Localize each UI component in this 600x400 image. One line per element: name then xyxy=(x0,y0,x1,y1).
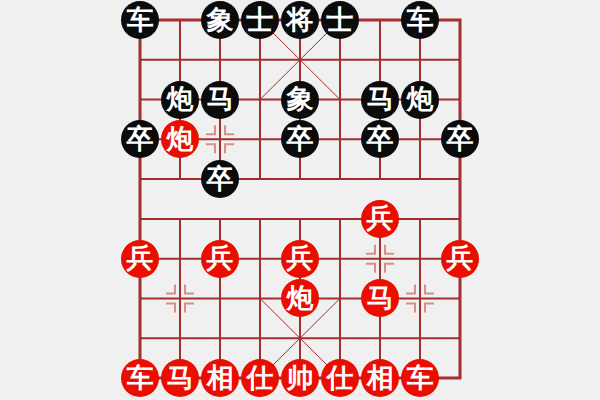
xiangqi-board: 车象士将士车炮马象马炮卒炮卒卒卒卒兵兵兵兵兵炮马车马相仕帅仕相车 xyxy=(0,0,600,400)
piece-glyph: 兵 xyxy=(207,244,234,271)
piece-red-soldier[interactable]: 兵 xyxy=(441,240,479,278)
piece-glyph: 相 xyxy=(207,364,234,391)
piece-glyph: 炮 xyxy=(287,284,314,311)
piece-red-horse[interactable]: 马 xyxy=(361,279,399,317)
piece-red-horse[interactable]: 马 xyxy=(161,359,199,397)
piece-glyph: 炮 xyxy=(167,125,194,152)
piece-black-soldier[interactable]: 卒 xyxy=(121,120,159,158)
piece-glyph: 炮 xyxy=(407,85,434,112)
piece-red-advisor[interactable]: 仕 xyxy=(321,359,359,397)
piece-glyph: 士 xyxy=(327,6,354,33)
piece-glyph: 兵 xyxy=(287,244,314,271)
piece-red-cannon[interactable]: 炮 xyxy=(281,279,319,317)
piece-black-general[interactable]: 将 xyxy=(281,1,319,39)
piece-glyph: 象 xyxy=(287,85,314,112)
piece-red-soldier[interactable]: 兵 xyxy=(281,240,319,278)
piece-glyph: 兵 xyxy=(447,244,474,271)
piece-glyph: 马 xyxy=(367,284,394,311)
piece-black-elephant[interactable]: 象 xyxy=(281,81,319,119)
piece-glyph: 将 xyxy=(287,6,314,33)
piece-glyph: 马 xyxy=(367,85,394,112)
piece-red-soldier[interactable]: 兵 xyxy=(121,240,159,278)
piece-glyph: 炮 xyxy=(167,85,194,112)
piece-glyph: 车 xyxy=(407,6,434,33)
piece-black-cannon[interactable]: 炮 xyxy=(161,81,199,119)
piece-glyph: 象 xyxy=(207,6,234,33)
piece-glyph: 卒 xyxy=(367,125,394,152)
piece-black-advisor[interactable]: 士 xyxy=(241,1,279,39)
piece-red-advisor[interactable]: 仕 xyxy=(241,359,279,397)
piece-red-chariot[interactable]: 车 xyxy=(121,359,159,397)
piece-glyph: 相 xyxy=(367,364,394,391)
piece-red-soldier[interactable]: 兵 xyxy=(201,240,239,278)
piece-glyph: 车 xyxy=(127,364,154,391)
piece-black-soldier[interactable]: 卒 xyxy=(441,120,479,158)
piece-black-horse[interactable]: 马 xyxy=(201,81,239,119)
piece-glyph: 兵 xyxy=(367,204,394,231)
piece-glyph: 帅 xyxy=(287,364,314,391)
piece-glyph: 卒 xyxy=(127,125,154,152)
piece-black-cannon[interactable]: 炮 xyxy=(401,81,439,119)
piece-glyph: 卒 xyxy=(447,125,474,152)
piece-glyph: 仕 xyxy=(247,364,274,391)
piece-glyph: 车 xyxy=(127,6,154,33)
piece-black-soldier[interactable]: 卒 xyxy=(361,120,399,158)
piece-glyph: 士 xyxy=(247,6,274,33)
piece-black-soldier[interactable]: 卒 xyxy=(281,120,319,158)
board-grid xyxy=(0,0,600,400)
piece-red-elephant[interactable]: 相 xyxy=(361,359,399,397)
piece-red-general[interactable]: 帅 xyxy=(281,359,319,397)
piece-glyph: 马 xyxy=(207,85,234,112)
piece-glyph: 仕 xyxy=(327,364,354,391)
piece-glyph: 兵 xyxy=(127,244,154,271)
piece-black-advisor[interactable]: 士 xyxy=(321,1,359,39)
piece-black-chariot[interactable]: 车 xyxy=(121,1,159,39)
piece-black-chariot[interactable]: 车 xyxy=(401,1,439,39)
piece-red-chariot[interactable]: 车 xyxy=(401,359,439,397)
piece-glyph: 车 xyxy=(407,364,434,391)
piece-black-elephant[interactable]: 象 xyxy=(201,1,239,39)
piece-red-soldier[interactable]: 兵 xyxy=(361,200,399,238)
piece-glyph: 卒 xyxy=(207,165,234,192)
piece-black-soldier[interactable]: 卒 xyxy=(201,160,239,198)
piece-glyph: 马 xyxy=(167,364,194,391)
piece-red-elephant[interactable]: 相 xyxy=(201,359,239,397)
piece-black-horse[interactable]: 马 xyxy=(361,81,399,119)
piece-red-cannon[interactable]: 炮 xyxy=(161,120,199,158)
piece-glyph: 卒 xyxy=(287,125,314,152)
